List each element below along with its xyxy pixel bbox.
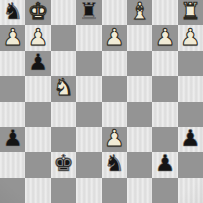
square-e7[interactable]: ♟ (102, 25, 127, 50)
black-pawn[interactable]: ♟ (155, 152, 176, 175)
square-h4[interactable] (178, 102, 203, 127)
black-pawn[interactable]: ♟ (180, 127, 201, 150)
square-b1[interactable] (25, 178, 50, 203)
square-b4[interactable] (25, 102, 50, 127)
square-e1[interactable] (102, 178, 127, 203)
square-f3[interactable] (127, 127, 152, 152)
black-king[interactable]: ♚ (53, 152, 74, 175)
square-e8[interactable] (102, 0, 127, 25)
square-f1[interactable] (127, 178, 152, 203)
square-g8[interactable] (152, 0, 177, 25)
white-bishop[interactable]: ♝ (129, 0, 150, 23)
square-f7[interactable] (127, 25, 152, 50)
square-d8[interactable]: ♜ (76, 0, 101, 25)
square-f2[interactable] (127, 152, 152, 177)
square-a2[interactable] (0, 152, 25, 177)
square-b3[interactable] (25, 127, 50, 152)
square-e5[interactable] (102, 76, 127, 101)
square-d1[interactable] (76, 178, 101, 203)
square-e3[interactable]: ♟ (102, 127, 127, 152)
square-d4[interactable] (76, 102, 101, 127)
square-a3[interactable]: ♟ (0, 127, 25, 152)
white-pawn[interactable]: ♟ (104, 26, 125, 49)
square-d5[interactable] (76, 76, 101, 101)
square-e4[interactable] (102, 102, 127, 127)
white-knight[interactable]: ♞ (53, 76, 74, 99)
square-f5[interactable] (127, 76, 152, 101)
black-rook[interactable]: ♜ (79, 0, 100, 23)
square-g1[interactable] (152, 178, 177, 203)
square-b5[interactable] (25, 76, 50, 101)
white-rook[interactable]: ♜ (180, 0, 201, 23)
square-f8[interactable]: ♝ (127, 0, 152, 25)
square-b6[interactable]: ♟ (25, 51, 50, 76)
square-f6[interactable] (127, 51, 152, 76)
white-pawn[interactable]: ♟ (155, 26, 176, 49)
square-h5[interactable] (178, 76, 203, 101)
square-b8[interactable]: ♚ (25, 0, 50, 25)
square-b2[interactable] (25, 152, 50, 177)
square-d3[interactable] (76, 127, 101, 152)
square-d6[interactable] (76, 51, 101, 76)
square-h6[interactable] (178, 51, 203, 76)
white-king[interactable]: ♚ (28, 0, 49, 23)
square-h3[interactable]: ♟ (178, 127, 203, 152)
square-g5[interactable] (152, 76, 177, 101)
square-g7[interactable]: ♟ (152, 25, 177, 50)
white-pawn[interactable]: ♟ (104, 127, 125, 150)
square-h1[interactable] (178, 178, 203, 203)
black-knight[interactable]: ♞ (104, 152, 125, 175)
square-c3[interactable] (51, 127, 76, 152)
square-h2[interactable] (178, 152, 203, 177)
square-g4[interactable] (152, 102, 177, 127)
square-e2[interactable]: ♞ (102, 152, 127, 177)
white-pawn[interactable]: ♟ (180, 26, 201, 49)
square-h7[interactable]: ♟ (178, 25, 203, 50)
square-d2[interactable] (76, 152, 101, 177)
square-a6[interactable] (0, 51, 25, 76)
square-c1[interactable] (51, 178, 76, 203)
square-c2[interactable]: ♚ (51, 152, 76, 177)
square-c4[interactable] (51, 102, 76, 127)
square-c6[interactable] (51, 51, 76, 76)
square-f4[interactable] (127, 102, 152, 127)
chess-board: ♞♚♜♝♜♟♟♟♟♟♟♞♟♟♟♚♞♟ (0, 0, 203, 203)
square-a1[interactable] (0, 178, 25, 203)
square-b7[interactable]: ♟ (25, 25, 50, 50)
square-c8[interactable] (51, 0, 76, 25)
black-knight[interactable]: ♞ (2, 0, 23, 23)
square-c7[interactable] (51, 25, 76, 50)
square-g2[interactable]: ♟ (152, 152, 177, 177)
square-a4[interactable] (0, 102, 25, 127)
square-a7[interactable]: ♟ (0, 25, 25, 50)
square-a5[interactable] (0, 76, 25, 101)
square-g3[interactable] (152, 127, 177, 152)
square-g6[interactable] (152, 51, 177, 76)
white-pawn[interactable]: ♟ (2, 26, 23, 49)
white-pawn[interactable]: ♟ (28, 26, 49, 49)
square-e6[interactable] (102, 51, 127, 76)
square-c5[interactable]: ♞ (51, 76, 76, 101)
square-h8[interactable]: ♜ (178, 0, 203, 25)
black-pawn[interactable]: ♟ (28, 51, 49, 74)
square-a8[interactable]: ♞ (0, 0, 25, 25)
square-d7[interactable] (76, 25, 101, 50)
black-pawn[interactable]: ♟ (2, 127, 23, 150)
